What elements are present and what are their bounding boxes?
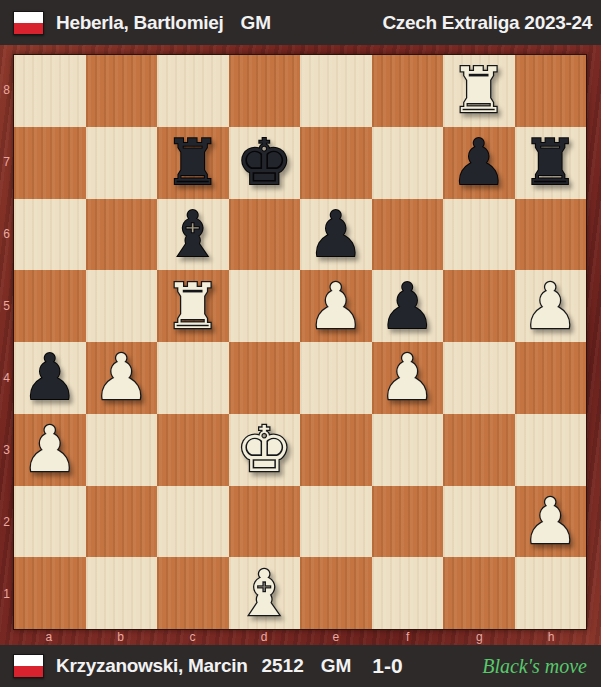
square-g4[interactable] [443, 342, 515, 414]
square-d4[interactable] [229, 342, 301, 414]
rank-label-6: 6 [0, 198, 13, 270]
square-d2[interactable] [229, 486, 301, 558]
square-d5[interactable] [229, 270, 301, 342]
bottom-player-name: Krzyzanowski, Marcin [56, 655, 247, 677]
piece-white-pawn[interactable]: ♟ [379, 346, 435, 409]
piece-white-pawn[interactable]: ♟ [522, 490, 578, 553]
flag-red-stripe [14, 666, 43, 677]
piece-black-pawn[interactable]: ♟ [451, 131, 507, 194]
piece-white-pawn[interactable]: ♟ [522, 275, 578, 338]
file-label-h: h [515, 630, 587, 645]
piece-black-pawn[interactable]: ♟ [379, 275, 435, 338]
square-b4[interactable]: ♟ [86, 342, 158, 414]
chess-board[interactable]: ♜♜♚♟♜♝♟♜♟♟♟♟♟♟♟♚♟♝ [13, 54, 587, 630]
flag-white-stripe [14, 655, 43, 666]
square-e4[interactable] [300, 342, 372, 414]
rank-label-1: 1 [0, 558, 13, 630]
square-g3[interactable] [443, 414, 515, 486]
file-labels: abcdefgh [13, 630, 587, 645]
piece-white-pawn[interactable]: ♟ [22, 418, 78, 481]
square-c5[interactable]: ♜ [157, 270, 229, 342]
rank-label-7: 7 [0, 126, 13, 198]
file-label-e: e [300, 630, 372, 645]
rank-label-8: 8 [0, 54, 13, 126]
square-h7[interactable]: ♜ [515, 127, 587, 199]
rank-label-4: 4 [0, 342, 13, 414]
rank-label-3: 3 [0, 414, 13, 486]
square-b3[interactable] [86, 414, 158, 486]
square-b2[interactable] [86, 486, 158, 558]
game-result: 1-0 [372, 654, 402, 678]
square-h2[interactable]: ♟ [515, 486, 587, 558]
square-f1[interactable] [372, 557, 444, 629]
move-indicator: Black's move [482, 655, 587, 678]
piece-white-bishop[interactable]: ♝ [236, 562, 292, 625]
square-f7[interactable] [372, 127, 444, 199]
square-a6[interactable] [14, 199, 86, 271]
square-f5[interactable]: ♟ [372, 270, 444, 342]
square-h6[interactable] [515, 199, 587, 271]
rank-label-2: 2 [0, 486, 13, 558]
square-g5[interactable] [443, 270, 515, 342]
square-c2[interactable] [157, 486, 229, 558]
square-h5[interactable]: ♟ [515, 270, 587, 342]
square-g1[interactable] [443, 557, 515, 629]
bottom-player-bar: Krzyzanowski, Marcin 2512 GM 1-0 Black's… [0, 645, 601, 687]
square-b5[interactable] [86, 270, 158, 342]
square-e8[interactable] [300, 55, 372, 127]
top-player-title: GM [240, 12, 271, 34]
square-g8[interactable]: ♜ [443, 55, 515, 127]
board-frame: ♜♜♚♟♜♝♟♜♟♟♟♟♟♟♟♚♟♝ 87654321 abcdefgh [0, 45, 601, 645]
flag-white-stripe [14, 12, 43, 23]
piece-white-pawn[interactable]: ♟ [93, 346, 149, 409]
square-h3[interactable] [515, 414, 587, 486]
piece-black-pawn[interactable]: ♟ [308, 203, 364, 266]
bottom-player-rating: 2512 [261, 655, 303, 677]
square-e5[interactable]: ♟ [300, 270, 372, 342]
bottom-player-title: GM [321, 655, 352, 677]
file-label-g: g [444, 630, 516, 645]
square-a2[interactable] [14, 486, 86, 558]
flag-red-stripe [14, 23, 43, 34]
poland-flag-icon [13, 654, 44, 678]
top-player-bar: Heberla, Bartlomiej GM Czech Extraliga 2… [0, 0, 601, 45]
file-label-b: b [85, 630, 157, 645]
file-label-d: d [228, 630, 300, 645]
square-h8[interactable] [515, 55, 587, 127]
square-a8[interactable] [14, 55, 86, 127]
square-f2[interactable] [372, 486, 444, 558]
piece-black-rook[interactable]: ♜ [165, 131, 221, 194]
square-a5[interactable] [14, 270, 86, 342]
square-h1[interactable] [515, 557, 587, 629]
piece-black-king[interactable]: ♚ [236, 131, 292, 194]
square-f8[interactable] [372, 55, 444, 127]
square-e2[interactable] [300, 486, 372, 558]
rank-labels: 87654321 [0, 54, 13, 630]
piece-white-rook[interactable]: ♜ [451, 59, 507, 122]
file-label-c: c [157, 630, 229, 645]
square-d3[interactable]: ♚ [229, 414, 301, 486]
square-d8[interactable] [229, 55, 301, 127]
file-label-f: f [372, 630, 444, 645]
piece-black-rook[interactable]: ♜ [522, 131, 578, 194]
square-c7[interactable]: ♜ [157, 127, 229, 199]
top-player-name: Heberla, Bartlomiej [56, 12, 223, 34]
square-g2[interactable] [443, 486, 515, 558]
piece-white-king[interactable]: ♚ [236, 418, 292, 481]
square-f4[interactable]: ♟ [372, 342, 444, 414]
chess-app-window: Heberla, Bartlomiej GM Czech Extraliga 2… [0, 0, 601, 687]
square-e7[interactable] [300, 127, 372, 199]
file-label-a: a [13, 630, 85, 645]
piece-black-pawn[interactable]: ♟ [22, 346, 78, 409]
square-g7[interactable]: ♟ [443, 127, 515, 199]
square-d7[interactable]: ♚ [229, 127, 301, 199]
square-c6[interactable]: ♝ [157, 199, 229, 271]
square-b7[interactable] [86, 127, 158, 199]
rank-label-5: 5 [0, 270, 13, 342]
square-c4[interactable] [157, 342, 229, 414]
square-d1[interactable]: ♝ [229, 557, 301, 629]
square-c1[interactable] [157, 557, 229, 629]
square-e3[interactable] [300, 414, 372, 486]
piece-white-pawn[interactable]: ♟ [308, 275, 364, 338]
square-g6[interactable] [443, 199, 515, 271]
square-h4[interactable] [515, 342, 587, 414]
square-f3[interactable] [372, 414, 444, 486]
piece-black-bishop[interactable]: ♝ [165, 203, 221, 266]
poland-flag-icon [13, 11, 44, 35]
square-d6[interactable] [229, 199, 301, 271]
square-e6[interactable]: ♟ [300, 199, 372, 271]
event-name: Czech Extraliga 2023-24 [382, 12, 592, 34]
square-b1[interactable] [86, 557, 158, 629]
square-a7[interactable] [14, 127, 86, 199]
square-c3[interactable] [157, 414, 229, 486]
square-a4[interactable]: ♟ [14, 342, 86, 414]
square-f6[interactable] [372, 199, 444, 271]
square-b8[interactable] [86, 55, 158, 127]
square-e1[interactable] [300, 557, 372, 629]
square-c8[interactable] [157, 55, 229, 127]
square-b6[interactable] [86, 199, 158, 271]
piece-white-rook[interactable]: ♜ [165, 275, 221, 338]
square-a3[interactable]: ♟ [14, 414, 86, 486]
square-a1[interactable] [14, 557, 86, 629]
